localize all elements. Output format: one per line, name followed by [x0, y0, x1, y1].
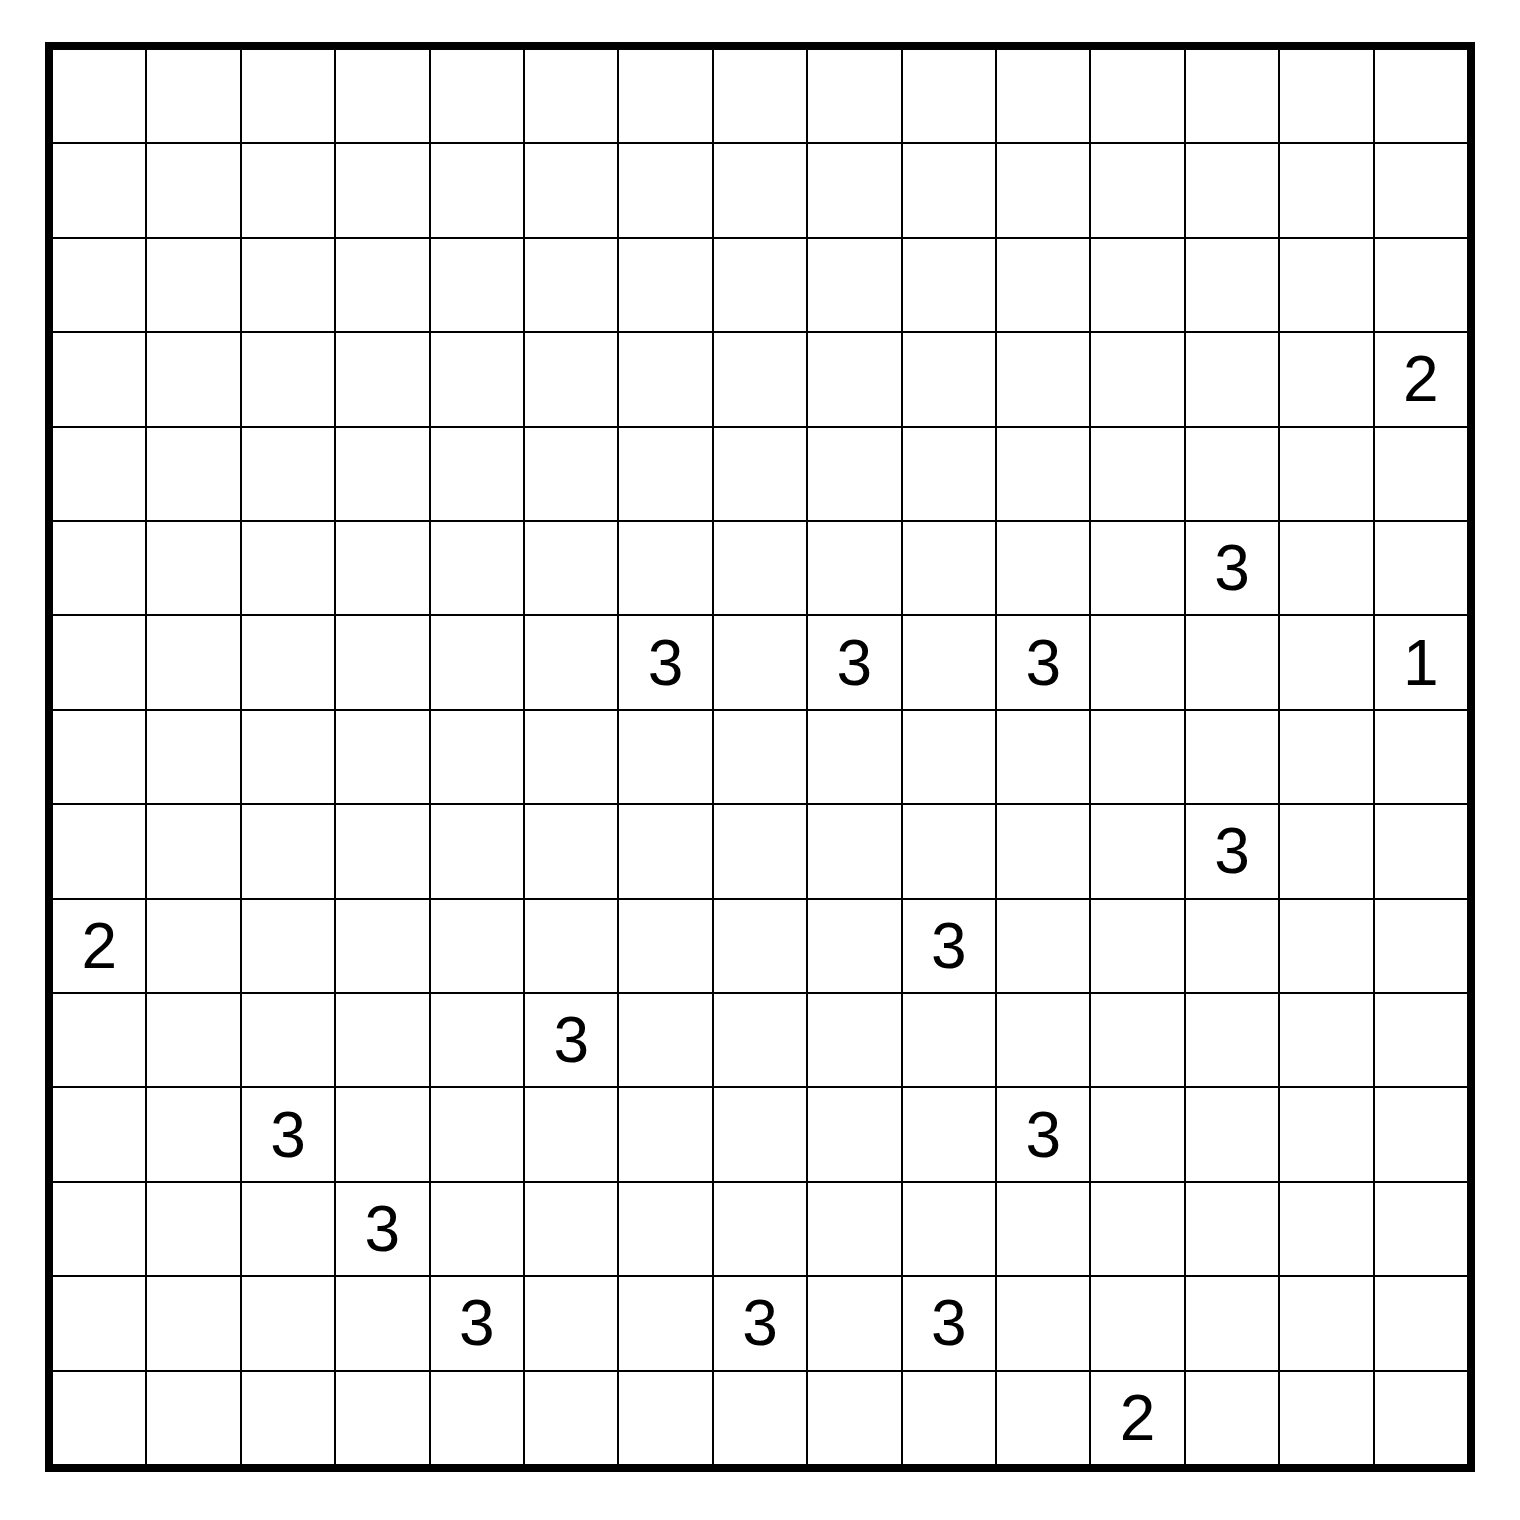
cell-r1c12[interactable]	[1091, 50, 1183, 142]
cell-r4c14[interactable]	[1280, 333, 1372, 425]
cell-r4c8[interactable]	[714, 333, 806, 425]
cell-r5c13[interactable]	[1186, 428, 1278, 520]
cell-r11c10[interactable]	[903, 994, 995, 1086]
cell-r12c2[interactable]	[147, 1088, 239, 1180]
cell-r9c5[interactable]	[431, 805, 523, 897]
cell-r9c10[interactable]	[903, 805, 995, 897]
cell-r12c7[interactable]	[619, 1088, 711, 1180]
cell-r12c6[interactable]	[525, 1088, 617, 1180]
cell-r8c4[interactable]	[336, 711, 428, 803]
cell-r3c1[interactable]	[53, 239, 145, 331]
cell-r10c7[interactable]	[619, 900, 711, 992]
cell-r13c7[interactable]	[619, 1183, 711, 1275]
cell-r8c11[interactable]	[997, 711, 1089, 803]
cell-r11c4[interactable]	[336, 994, 428, 1086]
cell-r8c6[interactable]	[525, 711, 617, 803]
cell-r2c10[interactable]	[903, 144, 995, 236]
cell-r13c5[interactable]	[431, 1183, 523, 1275]
cell-r8c5[interactable]	[431, 711, 523, 803]
cell-r7c12[interactable]	[1091, 616, 1183, 708]
cell-r4c5[interactable]	[431, 333, 523, 425]
cell-r9c12[interactable]	[1091, 805, 1183, 897]
cell-r5c9[interactable]	[808, 428, 900, 520]
clue-number: 3	[1025, 1103, 1061, 1167]
cell-r6c7[interactable]	[619, 522, 711, 614]
cell-r8c10[interactable]	[903, 711, 995, 803]
cell-r2c8[interactable]	[714, 144, 806, 236]
cell-r7c14[interactable]	[1280, 616, 1372, 708]
cell-r8c3[interactable]	[242, 711, 334, 803]
clue-number: 3	[1025, 631, 1061, 695]
cell-r15c13[interactable]	[1186, 1372, 1278, 1464]
cell-r10c8[interactable]	[714, 900, 806, 992]
cell-r14c4[interactable]	[336, 1277, 428, 1369]
cell-r3c8[interactable]	[714, 239, 806, 331]
cell-r11c8[interactable]	[714, 994, 806, 1086]
cell-r15c14[interactable]	[1280, 1372, 1372, 1464]
cell-r1c8[interactable]	[714, 50, 806, 142]
cell-r14c6[interactable]	[525, 1277, 617, 1369]
cell-r1c6[interactable]	[525, 50, 617, 142]
cell-r13c6[interactable]	[525, 1183, 617, 1275]
cell-r9c15[interactable]	[1375, 805, 1467, 897]
cell-r10c11[interactable]	[997, 900, 1089, 992]
cell-r12c12[interactable]	[1091, 1088, 1183, 1180]
cell-r13c2[interactable]	[147, 1183, 239, 1275]
cell-r1c15[interactable]	[1375, 50, 1467, 142]
cell-r6c10[interactable]	[903, 522, 995, 614]
cell-r14c5: 3	[431, 1277, 523, 1369]
cell-r6c3[interactable]	[242, 522, 334, 614]
cell-r14c8: 3	[714, 1277, 806, 1369]
cell-r13c11[interactable]	[997, 1183, 1089, 1275]
cell-r1c13[interactable]	[1186, 50, 1278, 142]
cell-r15c12: 2	[1091, 1372, 1183, 1464]
cell-r1c4[interactable]	[336, 50, 428, 142]
cell-r9c7[interactable]	[619, 805, 711, 897]
cell-r8c9[interactable]	[808, 711, 900, 803]
cell-r15c6[interactable]	[525, 1372, 617, 1464]
cell-r3c5[interactable]	[431, 239, 523, 331]
clue-number: 2	[81, 914, 117, 978]
cell-r15c5[interactable]	[431, 1372, 523, 1464]
cell-r6c6[interactable]	[525, 522, 617, 614]
cell-r13c4: 3	[336, 1183, 428, 1275]
cell-r3c15[interactable]	[1375, 239, 1467, 331]
cell-r2c4[interactable]	[336, 144, 428, 236]
cell-r12c10[interactable]	[903, 1088, 995, 1180]
cell-r2c1[interactable]	[53, 144, 145, 236]
cell-r2c6[interactable]	[525, 144, 617, 236]
cell-r13c3[interactable]	[242, 1183, 334, 1275]
cell-r2c15[interactable]	[1375, 144, 1467, 236]
cell-r3c2[interactable]	[147, 239, 239, 331]
cell-r7c13[interactable]	[1186, 616, 1278, 708]
cell-r9c1[interactable]	[53, 805, 145, 897]
cell-r3c3[interactable]	[242, 239, 334, 331]
cell-r7c8[interactable]	[714, 616, 806, 708]
cell-r2c5[interactable]	[431, 144, 523, 236]
cell-r4c13[interactable]	[1186, 333, 1278, 425]
cell-r13c8[interactable]	[714, 1183, 806, 1275]
cell-r1c7[interactable]	[619, 50, 711, 142]
cell-r14c3[interactable]	[242, 1277, 334, 1369]
cell-r4c9[interactable]	[808, 333, 900, 425]
cell-r15c10[interactable]	[903, 1372, 995, 1464]
cell-r12c15[interactable]	[1375, 1088, 1467, 1180]
cell-r11c9[interactable]	[808, 994, 900, 1086]
cell-r14c12[interactable]	[1091, 1277, 1183, 1369]
cell-r1c1[interactable]	[53, 50, 145, 142]
clue-number: 3	[742, 1291, 778, 1355]
cell-r6c1[interactable]	[53, 522, 145, 614]
cell-r2c13[interactable]	[1186, 144, 1278, 236]
cell-r3c4[interactable]	[336, 239, 428, 331]
cell-r8c1[interactable]	[53, 711, 145, 803]
cell-r15c9[interactable]	[808, 1372, 900, 1464]
clue-number: 3	[553, 1008, 589, 1072]
cell-r5c10[interactable]	[903, 428, 995, 520]
cell-r5c8[interactable]	[714, 428, 806, 520]
cell-r9c4[interactable]	[336, 805, 428, 897]
cell-r3c10[interactable]	[903, 239, 995, 331]
cell-r8c15[interactable]	[1375, 711, 1467, 803]
cell-r7c3[interactable]	[242, 616, 334, 708]
cell-r15c1[interactable]	[53, 1372, 145, 1464]
cell-r3c11[interactable]	[997, 239, 1089, 331]
cell-r3c6[interactable]	[525, 239, 617, 331]
cell-r12c13[interactable]	[1186, 1088, 1278, 1180]
cell-r15c4[interactable]	[336, 1372, 428, 1464]
cell-r4c4[interactable]	[336, 333, 428, 425]
cell-r15c2[interactable]	[147, 1372, 239, 1464]
puzzle-board: 23333132333333332	[45, 42, 1475, 1472]
clue-number: 1	[1403, 631, 1439, 695]
cell-r7c6[interactable]	[525, 616, 617, 708]
cell-r4c11[interactable]	[997, 333, 1089, 425]
cell-r7c5[interactable]	[431, 616, 523, 708]
cell-r14c1[interactable]	[53, 1277, 145, 1369]
cell-r13c14[interactable]	[1280, 1183, 1372, 1275]
cell-r11c11[interactable]	[997, 994, 1089, 1086]
cell-r5c2[interactable]	[147, 428, 239, 520]
cell-r9c2[interactable]	[147, 805, 239, 897]
cell-r13c13[interactable]	[1186, 1183, 1278, 1275]
cell-r11c5[interactable]	[431, 994, 523, 1086]
cell-r6c5[interactable]	[431, 522, 523, 614]
cell-r14c10: 3	[903, 1277, 995, 1369]
clue-number: 3	[1214, 819, 1250, 883]
cell-r12c3: 3	[242, 1088, 334, 1180]
cell-r9c3[interactable]	[242, 805, 334, 897]
clue-number: 2	[1403, 347, 1439, 411]
cell-r1c5[interactable]	[431, 50, 523, 142]
cell-r6c4[interactable]	[336, 522, 428, 614]
cell-r5c6[interactable]	[525, 428, 617, 520]
cell-r6c2[interactable]	[147, 522, 239, 614]
cell-r11c6: 3	[525, 994, 617, 1086]
cell-r3c13[interactable]	[1186, 239, 1278, 331]
cell-r15c8[interactable]	[714, 1372, 806, 1464]
cell-r10c5[interactable]	[431, 900, 523, 992]
cell-r4c7[interactable]	[619, 333, 711, 425]
cell-r5c7[interactable]	[619, 428, 711, 520]
clue-number: 3	[931, 1291, 967, 1355]
cell-r1c2[interactable]	[147, 50, 239, 142]
cell-r2c3[interactable]	[242, 144, 334, 236]
clue-number: 3	[459, 1291, 495, 1355]
cell-r11c7[interactable]	[619, 994, 711, 1086]
cell-r11c14[interactable]	[1280, 994, 1372, 1086]
cell-r15c7[interactable]	[619, 1372, 711, 1464]
cell-r7c2[interactable]	[147, 616, 239, 708]
cell-r9c6[interactable]	[525, 805, 617, 897]
clue-number: 3	[1214, 536, 1250, 600]
cell-r10c10: 3	[903, 900, 995, 992]
cell-r5c15[interactable]	[1375, 428, 1467, 520]
cell-r9c13: 3	[1186, 805, 1278, 897]
cell-r14c15[interactable]	[1375, 1277, 1467, 1369]
cell-r12c1[interactable]	[53, 1088, 145, 1180]
cell-r11c13[interactable]	[1186, 994, 1278, 1086]
cell-r2c14[interactable]	[1280, 144, 1372, 236]
cell-r1c3[interactable]	[242, 50, 334, 142]
cell-r6c14[interactable]	[1280, 522, 1372, 614]
cell-r7c11: 3	[997, 616, 1089, 708]
cell-r12c5[interactable]	[431, 1088, 523, 1180]
cell-r1c9[interactable]	[808, 50, 900, 142]
clue-number: 2	[1120, 1386, 1156, 1450]
cell-r1c10[interactable]	[903, 50, 995, 142]
cell-r12c14[interactable]	[1280, 1088, 1372, 1180]
cell-r7c9: 3	[808, 616, 900, 708]
cell-r10c1: 2	[53, 900, 145, 992]
cell-r9c9[interactable]	[808, 805, 900, 897]
cell-r7c7: 3	[619, 616, 711, 708]
cell-r1c14[interactable]	[1280, 50, 1372, 142]
cell-r8c2[interactable]	[147, 711, 239, 803]
cell-r1c11[interactable]	[997, 50, 1089, 142]
cell-r3c7[interactable]	[619, 239, 711, 331]
cell-r11c3[interactable]	[242, 994, 334, 1086]
cell-r14c13[interactable]	[1186, 1277, 1278, 1369]
cell-r8c8[interactable]	[714, 711, 806, 803]
cell-r4c12[interactable]	[1091, 333, 1183, 425]
cell-r14c7[interactable]	[619, 1277, 711, 1369]
cell-r2c9[interactable]	[808, 144, 900, 236]
cell-r10c6[interactable]	[525, 900, 617, 992]
cell-r4c2[interactable]	[147, 333, 239, 425]
cell-r2c7[interactable]	[619, 144, 711, 236]
cell-r7c4[interactable]	[336, 616, 428, 708]
cell-r5c1[interactable]	[53, 428, 145, 520]
cell-r11c2[interactable]	[147, 994, 239, 1086]
cell-r3c14[interactable]	[1280, 239, 1372, 331]
cell-r3c12[interactable]	[1091, 239, 1183, 331]
cell-r10c13[interactable]	[1186, 900, 1278, 992]
cell-r2c11[interactable]	[997, 144, 1089, 236]
cell-r10c15[interactable]	[1375, 900, 1467, 992]
cell-r5c11[interactable]	[997, 428, 1089, 520]
cell-r13c1[interactable]	[53, 1183, 145, 1275]
cell-r9c11[interactable]	[997, 805, 1089, 897]
cell-r11c15[interactable]	[1375, 994, 1467, 1086]
cell-r12c11: 3	[997, 1088, 1089, 1180]
cell-r2c12[interactable]	[1091, 144, 1183, 236]
clue-number: 3	[648, 631, 684, 695]
cell-r14c2[interactable]	[147, 1277, 239, 1369]
cell-r6c12[interactable]	[1091, 522, 1183, 614]
cell-r5c14[interactable]	[1280, 428, 1372, 520]
cell-r2c2[interactable]	[147, 144, 239, 236]
cell-r6c11[interactable]	[997, 522, 1089, 614]
cell-r15c11[interactable]	[997, 1372, 1089, 1464]
cell-r12c8[interactable]	[714, 1088, 806, 1180]
cell-r10c12[interactable]	[1091, 900, 1183, 992]
cell-r12c4[interactable]	[336, 1088, 428, 1180]
cell-r8c14[interactable]	[1280, 711, 1372, 803]
cell-r14c9[interactable]	[808, 1277, 900, 1369]
cell-r5c5[interactable]	[431, 428, 523, 520]
cell-r10c3[interactable]	[242, 900, 334, 992]
cell-r8c12[interactable]	[1091, 711, 1183, 803]
clue-number: 3	[270, 1103, 306, 1167]
cell-r6c9[interactable]	[808, 522, 900, 614]
cell-r12c9[interactable]	[808, 1088, 900, 1180]
cell-r9c14[interactable]	[1280, 805, 1372, 897]
cell-r13c15[interactable]	[1375, 1183, 1467, 1275]
clue-number: 3	[365, 1197, 401, 1261]
cell-r5c3[interactable]	[242, 428, 334, 520]
cell-r7c1[interactable]	[53, 616, 145, 708]
cell-r8c7[interactable]	[619, 711, 711, 803]
cell-r4c3[interactable]	[242, 333, 334, 425]
cell-r10c4[interactable]	[336, 900, 428, 992]
cell-r10c14[interactable]	[1280, 900, 1372, 992]
cell-r6c15[interactable]	[1375, 522, 1467, 614]
cell-r5c4[interactable]	[336, 428, 428, 520]
cell-r5c12[interactable]	[1091, 428, 1183, 520]
cell-r10c2[interactable]	[147, 900, 239, 992]
cell-r10c9[interactable]	[808, 900, 900, 992]
cell-r3c9[interactable]	[808, 239, 900, 331]
cell-r13c10[interactable]	[903, 1183, 995, 1275]
cell-r6c13: 3	[1186, 522, 1278, 614]
cell-r14c14[interactable]	[1280, 1277, 1372, 1369]
cell-r15c15[interactable]	[1375, 1372, 1467, 1464]
cell-r8c13[interactable]	[1186, 711, 1278, 803]
cell-r7c10[interactable]	[903, 616, 995, 708]
cell-r4c10[interactable]	[903, 333, 995, 425]
clue-number: 3	[931, 914, 967, 978]
cell-r11c1[interactable]	[53, 994, 145, 1086]
clue-number: 3	[837, 631, 873, 695]
cell-r11c12[interactable]	[1091, 994, 1183, 1086]
cell-r13c9[interactable]	[808, 1183, 900, 1275]
cell-r13c12[interactable]	[1091, 1183, 1183, 1275]
cell-r14c11[interactable]	[997, 1277, 1089, 1369]
cell-r4c15: 2	[1375, 333, 1467, 425]
cell-r4c1[interactable]	[53, 333, 145, 425]
cell-r6c8[interactable]	[714, 522, 806, 614]
cell-r15c3[interactable]	[242, 1372, 334, 1464]
cell-r4c6[interactable]	[525, 333, 617, 425]
cell-r7c15: 1	[1375, 616, 1467, 708]
cell-r9c8[interactable]	[714, 805, 806, 897]
